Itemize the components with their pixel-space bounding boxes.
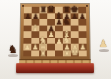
square-d1 — [47, 50, 55, 56]
frame-hinge-dot — [86, 5, 88, 7]
piece-white-rook: ♜ — [39, 49, 47, 57]
square-b1 — [31, 50, 39, 56]
piece-white-rook: ♜ — [63, 49, 71, 57]
chess-board: ♜♛♜♚♟♟♝♟♟♟♟♞♝♟♟♝♞♟♞♟♟♛♟♟♟♜♜♚ — [23, 7, 86, 57]
scene: ♜♛♜♚♟♟♝♟♟♟♟♞♝♟♟♝♞♟♞♟♟♛♟♟♟♜♜♚ ♞ ♟ — [0, 0, 111, 79]
captured-white-pawn: ♟ — [99, 39, 108, 49]
board-frame: ♜♛♜♚♟♟♝♟♟♟♟♞♝♟♟♝♞♟♞♟♟♛♟♟♟♜♜♚ — [20, 4, 90, 59]
square-a1 — [23, 50, 31, 56]
square-h1 — [79, 50, 87, 56]
square-g1: ♚ — [71, 50, 79, 56]
square-f1: ♜ — [63, 50, 71, 56]
captured-piece-shadow — [99, 49, 109, 52]
chess-box: ♜♛♜♚♟♟♝♟♟♟♟♞♝♟♟♝♞♟♞♟♟♛♟♟♟♜♜♚ — [20, 4, 90, 73]
box-base — [16, 63, 94, 73]
square-c1: ♜ — [39, 50, 47, 56]
square-e1 — [55, 50, 63, 56]
captured-piece-shadow — [8, 54, 18, 57]
